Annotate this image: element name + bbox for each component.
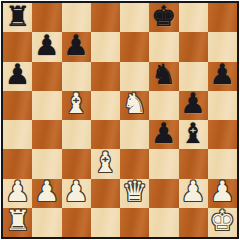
square-b4[interactable] — [32, 120, 61, 149]
square-b5[interactable] — [32, 91, 61, 120]
square-f4[interactable]: ♟ — [149, 120, 178, 149]
square-h1[interactable]: ♚ — [208, 208, 237, 237]
square-g3[interactable] — [179, 149, 208, 178]
black-pawn: ♟ — [34, 32, 59, 60]
black-pawn: ♟ — [64, 32, 89, 60]
square-g2[interactable]: ♟ — [179, 179, 208, 208]
square-a1[interactable]: ♜ — [3, 208, 32, 237]
white-bishop: ♝ — [93, 149, 118, 177]
black-pawn: ♟ — [151, 120, 176, 148]
square-h2[interactable]: ♟ — [208, 179, 237, 208]
square-b3[interactable] — [32, 149, 61, 178]
white-king: ♚ — [210, 207, 235, 235]
square-d3[interactable]: ♝ — [91, 149, 120, 178]
square-e3[interactable] — [120, 149, 149, 178]
square-a5[interactable] — [3, 91, 32, 120]
square-d4[interactable] — [91, 120, 120, 149]
square-c4[interactable] — [62, 120, 91, 149]
white-knight: ♞ — [122, 90, 147, 118]
square-e8[interactable] — [120, 3, 149, 32]
square-d1[interactable] — [91, 208, 120, 237]
square-d8[interactable] — [91, 3, 120, 32]
square-g1[interactable] — [179, 208, 208, 237]
black-pawn: ♟ — [5, 61, 30, 89]
white-pawn: ♟ — [210, 178, 235, 206]
square-h6[interactable]: ♟ — [208, 62, 237, 91]
square-c6[interactable] — [62, 62, 91, 91]
chess-board: ♜♚♟♟♟♞♟♝♞♟♟♝♝♟♟♟♛♟♟♜♚ — [3, 3, 237, 237]
square-a6[interactable]: ♟ — [3, 62, 32, 91]
square-e4[interactable] — [120, 120, 149, 149]
white-pawn: ♟ — [64, 178, 89, 206]
square-d7[interactable] — [91, 32, 120, 61]
square-e1[interactable] — [120, 208, 149, 237]
black-pawn: ♟ — [210, 61, 235, 89]
square-h4[interactable] — [208, 120, 237, 149]
square-h7[interactable] — [208, 32, 237, 61]
square-b6[interactable] — [32, 62, 61, 91]
square-f6[interactable]: ♞ — [149, 62, 178, 91]
square-d6[interactable] — [91, 62, 120, 91]
white-pawn: ♟ — [34, 178, 59, 206]
square-c5[interactable]: ♝ — [62, 91, 91, 120]
square-d5[interactable] — [91, 91, 120, 120]
square-g5[interactable]: ♟ — [179, 91, 208, 120]
square-f3[interactable] — [149, 149, 178, 178]
square-g6[interactable] — [179, 62, 208, 91]
square-e6[interactable] — [120, 62, 149, 91]
white-queen: ♛ — [122, 178, 147, 206]
square-a2[interactable]: ♟ — [3, 179, 32, 208]
square-g7[interactable] — [179, 32, 208, 61]
black-pawn: ♟ — [181, 90, 206, 118]
square-c2[interactable]: ♟ — [62, 179, 91, 208]
black-bishop: ♝ — [181, 120, 206, 148]
square-f2[interactable] — [149, 179, 178, 208]
square-c8[interactable] — [62, 3, 91, 32]
chessboard-frame: ♜♚♟♟♟♞♟♝♞♟♟♝♝♟♟♟♛♟♟♜♚ — [0, 0, 240, 240]
black-rook: ♜ — [5, 3, 30, 31]
black-king: ♚ — [151, 3, 176, 31]
square-e2[interactable]: ♛ — [120, 179, 149, 208]
square-g4[interactable]: ♝ — [179, 120, 208, 149]
square-d2[interactable] — [91, 179, 120, 208]
white-pawn: ♟ — [5, 178, 30, 206]
square-h3[interactable] — [208, 149, 237, 178]
white-pawn: ♟ — [181, 178, 206, 206]
square-b7[interactable]: ♟ — [32, 32, 61, 61]
square-a7[interactable] — [3, 32, 32, 61]
square-c7[interactable]: ♟ — [62, 32, 91, 61]
square-c3[interactable] — [62, 149, 91, 178]
square-b8[interactable] — [32, 3, 61, 32]
square-e7[interactable] — [120, 32, 149, 61]
square-h8[interactable] — [208, 3, 237, 32]
square-c1[interactable] — [62, 208, 91, 237]
square-b1[interactable] — [32, 208, 61, 237]
square-b2[interactable]: ♟ — [32, 179, 61, 208]
black-knight: ♞ — [151, 61, 176, 89]
square-e5[interactable]: ♞ — [120, 91, 149, 120]
square-a3[interactable] — [3, 149, 32, 178]
square-a8[interactable]: ♜ — [3, 3, 32, 32]
square-f5[interactable] — [149, 91, 178, 120]
square-a4[interactable] — [3, 120, 32, 149]
square-h5[interactable] — [208, 91, 237, 120]
square-f8[interactable]: ♚ — [149, 3, 178, 32]
square-g8[interactable] — [179, 3, 208, 32]
white-bishop: ♝ — [64, 90, 89, 118]
square-f7[interactable] — [149, 32, 178, 61]
white-rook: ♜ — [5, 207, 30, 235]
square-f1[interactable] — [149, 208, 178, 237]
